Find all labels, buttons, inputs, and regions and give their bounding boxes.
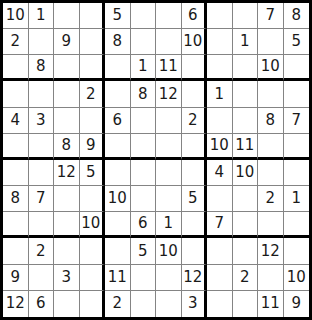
- cell-r1c1[interactable]: 10: [3, 3, 29, 29]
- cell-r4c5[interactable]: [105, 81, 131, 107]
- cell-r6c8[interactable]: [182, 134, 208, 160]
- cell-r10c10[interactable]: [233, 238, 259, 264]
- cell-r5c2[interactable]: 3: [29, 108, 55, 134]
- cell-r4c8[interactable]: [182, 81, 208, 107]
- cell-r4c3[interactable]: [54, 81, 80, 107]
- cell-r5c11[interactable]: 8: [258, 108, 284, 134]
- cell-r7c8[interactable]: [182, 160, 208, 186]
- cell-r8c2[interactable]: 7: [29, 186, 55, 212]
- cell-r8c3[interactable]: [54, 186, 80, 212]
- cell-r1c12[interactable]: 8: [284, 3, 310, 29]
- cell-r8c5[interactable]: 10: [105, 186, 131, 212]
- cell-r9c10[interactable]: [233, 212, 259, 238]
- cell-r1c6[interactable]: [131, 3, 157, 29]
- cell-r2c5[interactable]: 8: [105, 29, 131, 55]
- cell-r4c11[interactable]: [258, 81, 284, 107]
- cell-r8c12[interactable]: 1: [284, 186, 310, 212]
- cell-r3c11[interactable]: 10: [258, 55, 284, 81]
- cell-r12c9[interactable]: [207, 291, 233, 317]
- cell-r7c7[interactable]: [156, 160, 182, 186]
- cell-r4c10[interactable]: [233, 81, 259, 107]
- cell-r8c4[interactable]: [80, 186, 106, 212]
- cell-r9c9[interactable]: 7: [207, 212, 233, 238]
- cell-r4c6[interactable]: 8: [131, 81, 157, 107]
- cell-r12c8[interactable]: 3: [182, 291, 208, 317]
- cell-r1c9[interactable]: [207, 3, 233, 29]
- cell-r7c4[interactable]: 5: [80, 160, 106, 186]
- cell-r2c11[interactable]: [258, 29, 284, 55]
- cell-r12c11[interactable]: 11: [258, 291, 284, 317]
- cell-r8c7[interactable]: [156, 186, 182, 212]
- cell-r2c10[interactable]: 1: [233, 29, 259, 55]
- cell-r2c3[interactable]: 9: [54, 29, 80, 55]
- cell-r9c6[interactable]: 6: [131, 212, 157, 238]
- sudoku-board: 1015678298101581111028121436287891011125…: [0, 0, 312, 320]
- cell-r11c6[interactable]: [131, 265, 157, 291]
- cell-r8c11[interactable]: 2: [258, 186, 284, 212]
- cell-r5c5[interactable]: 6: [105, 108, 131, 134]
- cell-r9c5[interactable]: [105, 212, 131, 238]
- cell-r5c12[interactable]: 7: [284, 108, 310, 134]
- cell-r1c2[interactable]: 1: [29, 3, 55, 29]
- cell-r10c2[interactable]: 2: [29, 238, 55, 264]
- cell-r6c12[interactable]: [284, 134, 310, 160]
- cell-r6c3[interactable]: 8: [54, 134, 80, 160]
- cell-r7c11[interactable]: [258, 160, 284, 186]
- cell-r1c7[interactable]: [156, 3, 182, 29]
- cell-r3c7[interactable]: 11: [156, 55, 182, 81]
- cell-r6c1[interactable]: [3, 134, 29, 160]
- cell-r4c9[interactable]: 1: [207, 81, 233, 107]
- cell-r2c9[interactable]: [207, 29, 233, 55]
- cell-r11c8[interactable]: 12: [182, 265, 208, 291]
- cell-r7c1[interactable]: [3, 160, 29, 186]
- cell-r11c12[interactable]: 10: [284, 265, 310, 291]
- cell-r6c2[interactable]: [29, 134, 55, 160]
- cell-r11c2[interactable]: [29, 265, 55, 291]
- cell-r1c4[interactable]: [80, 3, 106, 29]
- cell-r3c1[interactable]: [3, 55, 29, 81]
- cell-r3c4[interactable]: [80, 55, 106, 81]
- cell-r12c12[interactable]: 9: [284, 291, 310, 317]
- cell-r7c12[interactable]: [284, 160, 310, 186]
- cell-r10c4[interactable]: [80, 238, 106, 264]
- cell-r7c5[interactable]: [105, 160, 131, 186]
- cell-r12c2[interactable]: 6: [29, 291, 55, 317]
- cell-r10c11[interactable]: 12: [258, 238, 284, 264]
- cell-r10c8[interactable]: [182, 238, 208, 264]
- cell-r3c12[interactable]: [284, 55, 310, 81]
- cell-r5c10[interactable]: [233, 108, 259, 134]
- cell-r11c11[interactable]: [258, 265, 284, 291]
- cell-r3c9[interactable]: [207, 55, 233, 81]
- cell-r9c12[interactable]: [284, 212, 310, 238]
- cell-r9c7[interactable]: 1: [156, 212, 182, 238]
- cell-r2c12[interactable]: 5: [284, 29, 310, 55]
- cell-r11c10[interactable]: 2: [233, 265, 259, 291]
- cell-r4c1[interactable]: [3, 81, 29, 107]
- cell-r6c10[interactable]: 11: [233, 134, 259, 160]
- cell-r3c10[interactable]: [233, 55, 259, 81]
- cell-r1c10[interactable]: [233, 3, 259, 29]
- cell-r10c9[interactable]: [207, 238, 233, 264]
- cell-r11c9[interactable]: [207, 265, 233, 291]
- cell-r4c7[interactable]: 12: [156, 81, 182, 107]
- cell-r6c7[interactable]: [156, 134, 182, 160]
- cell-r10c6[interactable]: 5: [131, 238, 157, 264]
- cell-r4c4[interactable]: 2: [80, 81, 106, 107]
- cell-r11c1[interactable]: 9: [3, 265, 29, 291]
- cell-r2c4[interactable]: [80, 29, 106, 55]
- cell-r6c9[interactable]: 10: [207, 134, 233, 160]
- cell-r4c12[interactable]: [284, 81, 310, 107]
- cell-r2c7[interactable]: [156, 29, 182, 55]
- cell-r9c4[interactable]: 10: [80, 212, 106, 238]
- cell-r7c6[interactable]: [131, 160, 157, 186]
- cell-r2c2[interactable]: [29, 29, 55, 55]
- cell-r1c11[interactable]: 7: [258, 3, 284, 29]
- cell-r1c5[interactable]: 5: [105, 3, 131, 29]
- cell-r6c11[interactable]: [258, 134, 284, 160]
- cell-r5c6[interactable]: [131, 108, 157, 134]
- cell-r10c7[interactable]: 10: [156, 238, 182, 264]
- cell-r3c3[interactable]: [54, 55, 80, 81]
- cell-r5c9[interactable]: [207, 108, 233, 134]
- cell-r8c8[interactable]: 5: [182, 186, 208, 212]
- cell-r7c9[interactable]: 4: [207, 160, 233, 186]
- cell-r9c2[interactable]: [29, 212, 55, 238]
- cell-r11c7[interactable]: [156, 265, 182, 291]
- cell-r12c1[interactable]: 12: [3, 291, 29, 317]
- cell-r8c10[interactable]: [233, 186, 259, 212]
- cell-r9c1[interactable]: [3, 212, 29, 238]
- cell-r8c6[interactable]: [131, 186, 157, 212]
- cell-r5c1[interactable]: 4: [3, 108, 29, 134]
- cell-r12c6[interactable]: [131, 291, 157, 317]
- cell-r5c8[interactable]: 2: [182, 108, 208, 134]
- cell-r3c5[interactable]: [105, 55, 131, 81]
- cell-r7c10[interactable]: 10: [233, 160, 259, 186]
- cell-r12c3[interactable]: [54, 291, 80, 317]
- cell-r2c6[interactable]: [131, 29, 157, 55]
- cell-r3c6[interactable]: 1: [131, 55, 157, 81]
- cell-r10c5[interactable]: [105, 238, 131, 264]
- cell-r2c1[interactable]: 2: [3, 29, 29, 55]
- cell-r11c4[interactable]: [80, 265, 106, 291]
- cell-r3c2[interactable]: 8: [29, 55, 55, 81]
- cell-r12c10[interactable]: [233, 291, 259, 317]
- cell-r9c8[interactable]: [182, 212, 208, 238]
- cell-r10c1[interactable]: [3, 238, 29, 264]
- cell-r9c11[interactable]: [258, 212, 284, 238]
- cell-r2c8[interactable]: 10: [182, 29, 208, 55]
- cell-r3c8[interactable]: [182, 55, 208, 81]
- cell-r8c9[interactable]: [207, 186, 233, 212]
- cell-r5c3[interactable]: [54, 108, 80, 134]
- cell-r6c6[interactable]: [131, 134, 157, 160]
- cell-r12c5[interactable]: 2: [105, 291, 131, 317]
- cell-r5c4[interactable]: [80, 108, 106, 134]
- cell-r4c2[interactable]: [29, 81, 55, 107]
- cell-r7c3[interactable]: 12: [54, 160, 80, 186]
- cell-r11c3[interactable]: 3: [54, 265, 80, 291]
- cell-r11c5[interactable]: 11: [105, 265, 131, 291]
- cell-r7c2[interactable]: [29, 160, 55, 186]
- cell-r6c5[interactable]: [105, 134, 131, 160]
- cell-r10c3[interactable]: [54, 238, 80, 264]
- cell-r5c7[interactable]: [156, 108, 182, 134]
- cell-r10c12[interactable]: [284, 238, 310, 264]
- cell-r12c7[interactable]: [156, 291, 182, 317]
- cell-r1c3[interactable]: [54, 3, 80, 29]
- cell-r1c8[interactable]: 6: [182, 3, 208, 29]
- cell-r8c1[interactable]: 8: [3, 186, 29, 212]
- cell-r12c4[interactable]: [80, 291, 106, 317]
- cell-r6c4[interactable]: 9: [80, 134, 106, 160]
- cell-r9c3[interactable]: [54, 212, 80, 238]
